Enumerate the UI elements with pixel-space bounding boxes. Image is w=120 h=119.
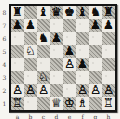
white-king-e1: ♔ (64, 97, 75, 110)
rank-label-6: 6 (1, 32, 8, 45)
square-d7 (50, 19, 63, 32)
black-pawn-g7: ♟ (90, 19, 101, 32)
chess-diagram: 87654321 ♜♝♛♚♝♞♜♟♟♟♟♞♟♘♟♙♟♘♙♙♙♙♙♙♖♕♔♗♖ a… (9, 4, 117, 119)
square-h8: ♜ (102, 6, 115, 19)
square-b5: ♘ (24, 45, 37, 58)
square-h5 (102, 45, 115, 58)
rank-label-8: 8 (1, 6, 8, 19)
black-bishop-f8: ♝ (77, 6, 88, 19)
square-c4 (37, 58, 50, 71)
square-h6 (102, 32, 115, 45)
white-queen-d1: ♕ (51, 97, 62, 110)
white-pawn-b2: ♙ (25, 84, 36, 97)
black-knight-c6: ♞ (38, 32, 49, 45)
white-knight-b5: ♘ (25, 45, 36, 58)
file-label-b: b (24, 113, 37, 119)
white-pawn-c2: ♙ (38, 84, 49, 97)
square-g7: ♟ (89, 19, 102, 32)
file-label-e: e (63, 113, 76, 119)
square-e1: ♔ (63, 97, 76, 110)
square-a3 (11, 71, 24, 84)
square-b6 (24, 32, 37, 45)
square-a8: ♜ (11, 6, 24, 19)
file-label-d: d (50, 113, 63, 119)
square-c5 (37, 45, 50, 58)
file-label-f: f (76, 113, 89, 119)
square-c7 (37, 19, 50, 32)
black-pawn-d6: ♟ (51, 32, 62, 45)
square-h2: ♙ (102, 84, 115, 97)
black-pawn-h7: ♟ (103, 19, 114, 32)
black-pawn-a7: ♟ (12, 19, 23, 32)
square-e8: ♚ (63, 6, 76, 19)
square-f3 (76, 71, 89, 84)
square-c2: ♙ (37, 84, 50, 97)
square-d2 (50, 84, 63, 97)
black-pawn-f4: ♟ (77, 58, 88, 71)
square-g6 (89, 32, 102, 45)
square-e2 (63, 84, 76, 97)
square-d5 (50, 45, 63, 58)
square-d4 (50, 58, 63, 71)
square-a6 (11, 32, 24, 45)
square-g4 (89, 58, 102, 71)
square-g3 (89, 71, 102, 84)
square-b7: ♟ (24, 19, 37, 32)
chess-diagram-page: 87654321 ♜♝♛♚♝♞♜♟♟♟♟♞♟♘♟♙♟♘♙♙♙♙♙♙♖♕♔♗♖ a… (0, 0, 120, 119)
square-c1 (37, 97, 50, 110)
square-d6: ♟ (50, 32, 63, 45)
square-g1 (89, 97, 102, 110)
square-d8: ♛ (50, 6, 63, 19)
black-king-e8: ♚ (64, 6, 75, 19)
square-b1 (24, 97, 37, 110)
square-a7: ♟ (11, 19, 24, 32)
square-e6 (63, 32, 76, 45)
square-e4: ♙ (63, 58, 76, 71)
black-pawn-e5: ♟ (64, 45, 75, 58)
rank-label-4: 4 (1, 58, 8, 71)
square-f5 (76, 45, 89, 58)
square-b3 (24, 71, 37, 84)
file-label-c: c (37, 113, 50, 119)
rank-label-7: 7 (1, 19, 8, 32)
square-e5: ♟ (63, 45, 76, 58)
square-d3 (50, 71, 63, 84)
file-label-h: h (102, 113, 115, 119)
square-f1: ♗ (76, 97, 89, 110)
black-knight-g8: ♞ (90, 6, 101, 19)
square-h3 (102, 71, 115, 84)
square-b8 (24, 6, 37, 19)
square-f6 (76, 32, 89, 45)
black-pawn-b7: ♟ (25, 19, 36, 32)
square-c8: ♝ (37, 6, 50, 19)
square-d1: ♕ (50, 97, 63, 110)
square-g2: ♙ (89, 84, 102, 97)
white-pawn-f2: ♙ (77, 84, 88, 97)
rank-label-3: 3 (1, 71, 8, 84)
square-e3 (63, 71, 76, 84)
file-label-a: a (11, 113, 24, 119)
rank-label-2: 2 (1, 84, 8, 97)
square-a2: ♙ (11, 84, 24, 97)
square-a5 (11, 45, 24, 58)
file-labels: abcdefgh (9, 113, 117, 119)
square-b4 (24, 58, 37, 71)
white-rook-h1: ♖ (103, 97, 114, 110)
black-rook-h8: ♜ (103, 6, 114, 19)
white-pawn-g2: ♙ (90, 84, 101, 97)
square-f2: ♙ (76, 84, 89, 97)
square-c6: ♞ (37, 32, 50, 45)
white-pawn-a2: ♙ (12, 84, 23, 97)
square-f4: ♟ (76, 58, 89, 71)
square-e7 (63, 19, 76, 32)
white-pawn-h2: ♙ (103, 84, 114, 97)
white-knight-c3: ♘ (38, 71, 49, 84)
rank-labels: 87654321 (1, 6, 8, 110)
square-g8: ♞ (89, 6, 102, 19)
square-h7: ♟ (102, 19, 115, 32)
square-b2: ♙ (24, 84, 37, 97)
square-f8: ♝ (76, 6, 89, 19)
rank-label-1: 1 (1, 97, 8, 110)
square-a1: ♖ (11, 97, 24, 110)
file-label-g: g (89, 113, 102, 119)
black-queen-d8: ♛ (51, 6, 62, 19)
black-rook-a8: ♜ (12, 6, 23, 19)
black-bishop-c8: ♝ (38, 6, 49, 19)
square-c3: ♘ (37, 71, 50, 84)
white-bishop-f1: ♗ (77, 97, 88, 110)
square-h4 (102, 58, 115, 71)
chess-board: ♜♝♛♚♝♞♜♟♟♟♟♞♟♘♟♙♟♘♙♙♙♙♙♙♖♕♔♗♖ (9, 4, 117, 112)
square-g5 (89, 45, 102, 58)
square-a4 (11, 58, 24, 71)
white-rook-a1: ♖ (12, 97, 23, 110)
white-pawn-e4: ♙ (64, 58, 75, 71)
square-h1: ♖ (102, 97, 115, 110)
rank-label-5: 5 (1, 45, 8, 58)
square-f7 (76, 19, 89, 32)
